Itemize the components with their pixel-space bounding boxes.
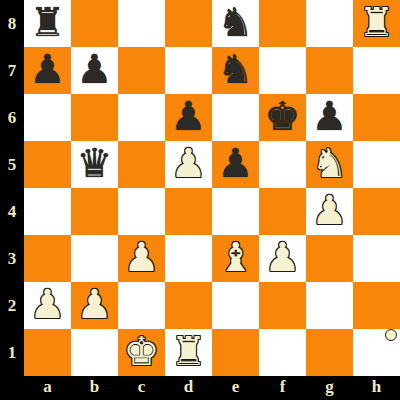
- square-f7[interactable]: [259, 47, 306, 94]
- piece-black-pawn: ♟: [171, 93, 207, 140]
- square-c7[interactable]: [118, 47, 165, 94]
- square-c2[interactable]: [118, 282, 165, 329]
- square-h7[interactable]: [353, 47, 400, 94]
- square-b3[interactable]: [71, 235, 118, 282]
- square-d7[interactable]: [165, 47, 212, 94]
- white-to-move-indicator: [385, 329, 397, 341]
- square-h6[interactable]: [353, 94, 400, 141]
- piece-white-pawn: ♟: [77, 281, 113, 328]
- square-d4[interactable]: [165, 188, 212, 235]
- square-g5[interactable]: ♞: [306, 141, 353, 188]
- square-b5[interactable]: ♛: [71, 141, 118, 188]
- square-b4[interactable]: [71, 188, 118, 235]
- square-e6[interactable]: [212, 94, 259, 141]
- square-a6[interactable]: [24, 94, 71, 141]
- square-b2[interactable]: ♟: [71, 282, 118, 329]
- square-g4[interactable]: ♟: [306, 188, 353, 235]
- square-c5[interactable]: [118, 141, 165, 188]
- square-e5[interactable]: ♟: [212, 141, 259, 188]
- piece-black-pawn: ♟: [30, 46, 66, 93]
- square-d2[interactable]: [165, 282, 212, 329]
- piece-white-rook: ♜: [359, 0, 395, 46]
- file-label-b: b: [71, 376, 118, 400]
- square-f1[interactable]: [259, 329, 306, 376]
- rank-label-1: 1: [0, 329, 24, 376]
- square-f3[interactable]: ♟: [259, 235, 306, 282]
- piece-black-pawn: ♟: [312, 93, 348, 140]
- square-g2[interactable]: [306, 282, 353, 329]
- square-c1[interactable]: ♚: [118, 329, 165, 376]
- piece-white-rook: ♜: [171, 328, 207, 375]
- square-g8[interactable]: [306, 0, 353, 47]
- square-d5[interactable]: ♟: [165, 141, 212, 188]
- square-h3[interactable]: [353, 235, 400, 282]
- square-b6[interactable]: [71, 94, 118, 141]
- file-label-f: f: [259, 376, 306, 400]
- file-label-c: c: [118, 376, 165, 400]
- rank-label-7: 7: [0, 47, 24, 94]
- square-b7[interactable]: ♟: [71, 47, 118, 94]
- piece-black-king: ♚: [265, 93, 301, 140]
- file-label-g: g: [306, 376, 353, 400]
- square-c8[interactable]: [118, 0, 165, 47]
- square-b8[interactable]: [71, 0, 118, 47]
- square-e7[interactable]: ♞: [212, 47, 259, 94]
- square-h2[interactable]: [353, 282, 400, 329]
- piece-black-queen: ♛: [77, 140, 113, 187]
- rank-label-5: 5: [0, 141, 24, 188]
- square-e4[interactable]: [212, 188, 259, 235]
- square-a4[interactable]: [24, 188, 71, 235]
- piece-white-knight: ♞: [312, 140, 348, 187]
- square-g3[interactable]: [306, 235, 353, 282]
- square-c6[interactable]: [118, 94, 165, 141]
- square-h8[interactable]: ♜: [353, 0, 400, 47]
- square-f4[interactable]: [259, 188, 306, 235]
- square-g6[interactable]: ♟: [306, 94, 353, 141]
- rank-label-8: 8: [0, 0, 24, 47]
- file-label-h: h: [353, 376, 400, 400]
- square-a2[interactable]: ♟: [24, 282, 71, 329]
- square-d6[interactable]: ♟: [165, 94, 212, 141]
- file-labels: abcdefgh: [24, 376, 400, 400]
- square-a8[interactable]: ♜: [24, 0, 71, 47]
- chess-board: ♜♞♜♟♟♞♟♚♟♛♟♟♞♟♟♝♟♟♟♚♜: [24, 0, 400, 376]
- square-b1[interactable]: [71, 329, 118, 376]
- square-c4[interactable]: [118, 188, 165, 235]
- piece-black-rook: ♜: [30, 0, 66, 46]
- square-f2[interactable]: [259, 282, 306, 329]
- piece-black-knight: ♞: [218, 0, 254, 46]
- square-h4[interactable]: [353, 188, 400, 235]
- piece-white-pawn: ♟: [124, 234, 160, 281]
- piece-black-pawn: ♟: [218, 140, 254, 187]
- square-d8[interactable]: [165, 0, 212, 47]
- file-label-a: a: [24, 376, 71, 400]
- square-a3[interactable]: [24, 235, 71, 282]
- square-g7[interactable]: [306, 47, 353, 94]
- piece-white-pawn: ♟: [265, 234, 301, 281]
- square-d3[interactable]: [165, 235, 212, 282]
- rank-labels: 87654321: [0, 0, 24, 376]
- square-f8[interactable]: [259, 0, 306, 47]
- rank-label-3: 3: [0, 235, 24, 282]
- square-e3[interactable]: ♝: [212, 235, 259, 282]
- square-e2[interactable]: [212, 282, 259, 329]
- square-e1[interactable]: [212, 329, 259, 376]
- rank-label-6: 6: [0, 94, 24, 141]
- square-a7[interactable]: ♟: [24, 47, 71, 94]
- piece-white-pawn: ♟: [312, 187, 348, 234]
- piece-black-knight: ♞: [218, 46, 254, 93]
- rank-label-4: 4: [0, 188, 24, 235]
- square-c3[interactable]: ♟: [118, 235, 165, 282]
- file-label-d: d: [165, 376, 212, 400]
- piece-black-pawn: ♟: [77, 46, 113, 93]
- piece-white-pawn: ♟: [30, 281, 66, 328]
- piece-white-king: ♚: [124, 328, 160, 375]
- square-g1[interactable]: [306, 329, 353, 376]
- square-f6[interactable]: ♚: [259, 94, 306, 141]
- piece-white-bishop: ♝: [218, 234, 254, 281]
- piece-white-pawn: ♟: [171, 140, 207, 187]
- square-a5[interactable]: [24, 141, 71, 188]
- square-e8[interactable]: ♞: [212, 0, 259, 47]
- file-label-e: e: [212, 376, 259, 400]
- chess-board-diagram: 87654321 ♜♞♜♟♟♞♟♚♟♛♟♟♞♟♟♝♟♟♟♚♜ abcdefgh: [0, 0, 400, 400]
- square-d1[interactable]: ♜: [165, 329, 212, 376]
- square-h5[interactable]: [353, 141, 400, 188]
- rank-label-2: 2: [0, 282, 24, 329]
- square-a1[interactable]: [24, 329, 71, 376]
- square-f5[interactable]: [259, 141, 306, 188]
